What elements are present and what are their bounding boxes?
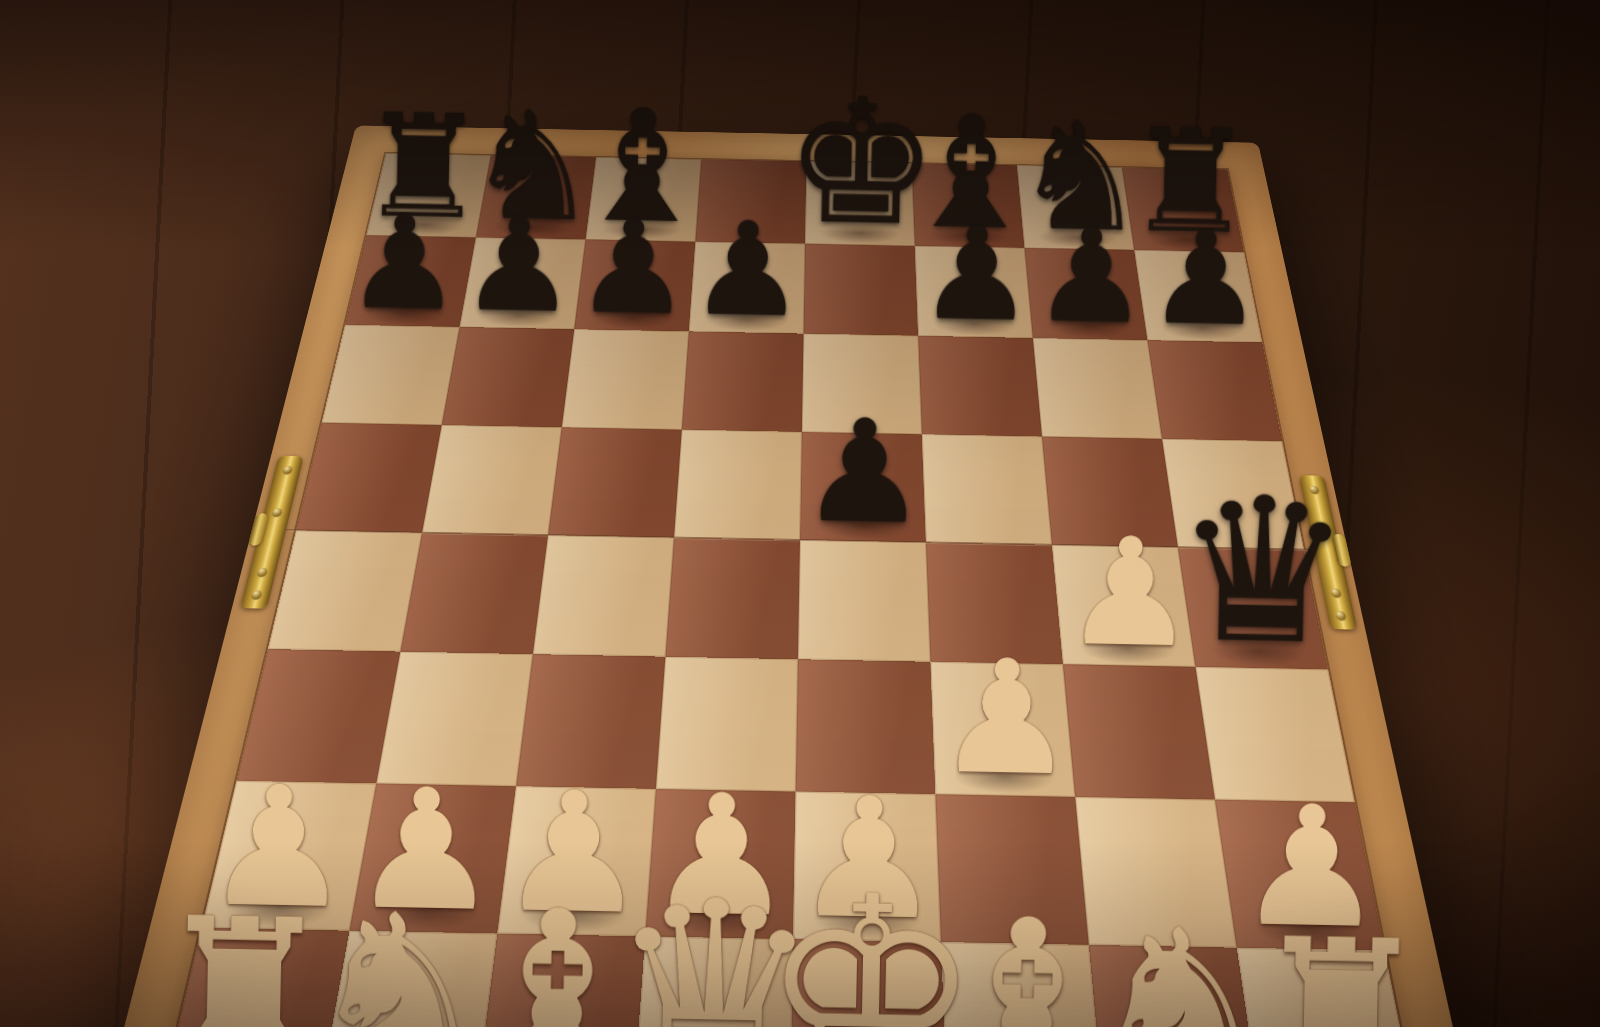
square-e1[interactable]: ♚ (790, 939, 947, 1027)
square-d4[interactable] (665, 537, 800, 659)
piece-black-pawn[interactable]: ♟ (574, 207, 692, 328)
piece-white-pawn[interactable]: ♟ (935, 645, 1079, 792)
square-f6[interactable] (918, 335, 1042, 436)
hinge-screw (272, 508, 283, 516)
piece-white-king[interactable]: ♚ (758, 872, 983, 1027)
square-c5[interactable] (548, 427, 682, 537)
piece-black-pawn[interactable]: ♟ (689, 209, 807, 330)
piece-black-pawn[interactable]: ♟ (345, 203, 463, 324)
piece-white-knight[interactable]: ♞ (303, 893, 499, 1027)
square-c7[interactable]: ♟ (574, 239, 695, 331)
hinge-screw (257, 567, 268, 576)
square-d6[interactable] (682, 331, 804, 432)
square-g1[interactable]: ♞ (1089, 944, 1261, 1027)
photo-scene: ♜♞♝♚♝♞♜♟♟♟♟♟♟♟♟♟♛♟♟♟♟♟♟♟♜♞♝♛♚♝♞♜ (0, 0, 1600, 1027)
piece-black-pawn[interactable]: ♟ (918, 214, 1036, 335)
square-d5[interactable] (674, 429, 802, 539)
square-a6[interactable] (322, 324, 460, 424)
table-surface: ♜♞♝♚♝♞♜♟♟♟♟♟♟♟♟♟♛♟♟♟♟♟♟♟♜♞♝♛♚♝♞♜ (0, 0, 1600, 1027)
square-b1[interactable]: ♞ (319, 930, 497, 1027)
piece-black-pawn[interactable]: ♟ (799, 405, 929, 538)
square-b7[interactable]: ♟ (460, 237, 586, 329)
square-f3[interactable]: ♟ (930, 661, 1075, 796)
square-a7[interactable]: ♟ (345, 235, 476, 327)
hinge-knuckle (248, 513, 269, 545)
board-grid: ♜♞♝♚♝♞♜♟♟♟♟♟♟♟♟♟♛♟♟♟♟♟♟♟♜♞♝♛♚♝♞♜ (162, 153, 1418, 1027)
piece-black-pawn[interactable]: ♟ (1146, 218, 1264, 339)
square-e5[interactable]: ♟ (800, 431, 926, 541)
square-e7[interactable] (804, 243, 919, 335)
chess-board: ♜♞♝♚♝♞♜♟♟♟♟♟♟♟♟♟♛♟♟♟♟♟♟♟♜♞♝♛♚♝♞♜ (91, 125, 1486, 1027)
piece-white-knight[interactable]: ♞ (1086, 908, 1282, 1027)
square-d7[interactable]: ♟ (689, 241, 805, 333)
board-frame: ♜♞♝♚♝♞♜♟♟♟♟♟♟♟♟♟♛♟♟♟♟♟♟♟♜♞♝♛♚♝♞♜ (91, 125, 1486, 1027)
piece-black-king[interactable]: ♚ (783, 82, 940, 243)
square-e8[interactable]: ♚ (805, 161, 915, 246)
piece-black-pawn[interactable]: ♟ (1032, 216, 1150, 337)
square-e4[interactable] (798, 540, 931, 662)
square-g7[interactable]: ♟ (1025, 248, 1148, 340)
square-c6[interactable] (562, 329, 689, 429)
square-b5[interactable] (422, 425, 562, 535)
square-b4[interactable] (400, 532, 548, 653)
square-f5[interactable] (922, 434, 1052, 545)
square-h6[interactable] (1148, 340, 1283, 441)
square-g3[interactable] (1063, 664, 1215, 799)
square-b6[interactable] (442, 327, 575, 427)
square-c4[interactable] (533, 535, 674, 657)
square-h7[interactable]: ♟ (1134, 250, 1262, 342)
hinge-screw (251, 590, 262, 599)
square-a5[interactable] (296, 422, 442, 532)
square-h4[interactable]: ♛ (1178, 547, 1328, 669)
hinge-screw (282, 465, 293, 473)
piece-black-queen[interactable]: ♛ (1172, 478, 1354, 665)
piece-black-pawn[interactable]: ♟ (460, 205, 578, 326)
square-a4[interactable] (268, 530, 422, 651)
square-g6[interactable] (1033, 338, 1162, 439)
square-f7[interactable]: ♟ (915, 245, 1033, 337)
